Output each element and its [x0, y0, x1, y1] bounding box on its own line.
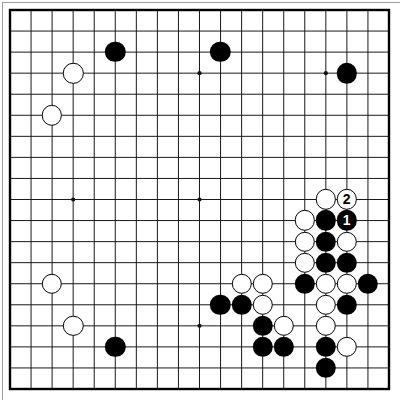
point-J4[interactable]: [168, 315, 189, 336]
point-D3[interactable]: [63, 336, 84, 357]
point-P6[interactable]: [294, 273, 315, 294]
point-L6[interactable]: [210, 273, 231, 294]
point-B7[interactable]: [21, 252, 42, 273]
point-Q7[interactable]: [315, 252, 336, 273]
point-O19[interactable]: [273, 0, 294, 21]
point-Q5[interactable]: [315, 294, 336, 315]
point-S12[interactable]: [357, 147, 378, 168]
point-J9[interactable]: [168, 210, 189, 231]
point-C11[interactable]: [42, 168, 63, 189]
point-R8[interactable]: [336, 231, 357, 252]
point-T14[interactable]: [378, 105, 399, 126]
point-A1[interactable]: [0, 378, 21, 399]
point-K11[interactable]: [189, 168, 210, 189]
point-A18[interactable]: [0, 21, 21, 42]
point-G7[interactable]: [126, 252, 147, 273]
point-R17[interactable]: [336, 42, 357, 63]
point-S13[interactable]: [357, 126, 378, 147]
point-N3[interactable]: [252, 336, 273, 357]
point-T12[interactable]: [378, 147, 399, 168]
point-L17[interactable]: [210, 42, 231, 63]
point-F11[interactable]: [105, 168, 126, 189]
point-G18[interactable]: [126, 21, 147, 42]
point-N7[interactable]: [252, 252, 273, 273]
point-B4[interactable]: [21, 315, 42, 336]
point-A14[interactable]: [0, 105, 21, 126]
point-A2[interactable]: [0, 357, 21, 378]
point-K1[interactable]: [189, 378, 210, 399]
point-N19[interactable]: [252, 0, 273, 21]
point-E5[interactable]: [84, 294, 105, 315]
point-S4[interactable]: [357, 315, 378, 336]
point-N12[interactable]: [252, 147, 273, 168]
point-T18[interactable]: [378, 21, 399, 42]
point-A12[interactable]: [0, 147, 21, 168]
point-A8[interactable]: [0, 231, 21, 252]
point-C1[interactable]: [42, 378, 63, 399]
point-E19[interactable]: [84, 0, 105, 21]
point-J10[interactable]: [168, 189, 189, 210]
point-C14[interactable]: [42, 105, 63, 126]
point-D16[interactable]: [63, 63, 84, 84]
point-A16[interactable]: [0, 63, 21, 84]
point-G14[interactable]: [126, 105, 147, 126]
point-M9[interactable]: [231, 210, 252, 231]
point-E17[interactable]: [84, 42, 105, 63]
point-L13[interactable]: [210, 126, 231, 147]
point-O6[interactable]: [273, 273, 294, 294]
point-B13[interactable]: [21, 126, 42, 147]
point-C7[interactable]: [42, 252, 63, 273]
point-K4[interactable]: [189, 315, 210, 336]
point-E9[interactable]: [84, 210, 105, 231]
point-F2[interactable]: [105, 357, 126, 378]
point-A19[interactable]: [0, 0, 21, 21]
point-M8[interactable]: [231, 231, 252, 252]
point-Q12[interactable]: [315, 147, 336, 168]
point-A5[interactable]: [0, 294, 21, 315]
point-K8[interactable]: [189, 231, 210, 252]
point-R3[interactable]: [336, 336, 357, 357]
point-B5[interactable]: [21, 294, 42, 315]
point-O11[interactable]: [273, 168, 294, 189]
point-L12[interactable]: [210, 147, 231, 168]
point-J12[interactable]: [168, 147, 189, 168]
point-C10[interactable]: [42, 189, 63, 210]
point-M14[interactable]: [231, 105, 252, 126]
point-A11[interactable]: [0, 168, 21, 189]
point-K12[interactable]: [189, 147, 210, 168]
point-B18[interactable]: [21, 21, 42, 42]
point-C18[interactable]: [42, 21, 63, 42]
point-J7[interactable]: [168, 252, 189, 273]
point-N2[interactable]: [252, 357, 273, 378]
point-G11[interactable]: [126, 168, 147, 189]
point-H11[interactable]: [147, 168, 168, 189]
point-H14[interactable]: [147, 105, 168, 126]
point-P15[interactable]: [294, 84, 315, 105]
point-F10[interactable]: [105, 189, 126, 210]
point-S11[interactable]: [357, 168, 378, 189]
point-S10[interactable]: [357, 189, 378, 210]
point-P18[interactable]: [294, 21, 315, 42]
point-R7[interactable]: [336, 252, 357, 273]
point-L7[interactable]: [210, 252, 231, 273]
point-T15[interactable]: [378, 84, 399, 105]
point-J15[interactable]: [168, 84, 189, 105]
point-O17[interactable]: [273, 42, 294, 63]
point-L9[interactable]: [210, 210, 231, 231]
point-N14[interactable]: [252, 105, 273, 126]
point-A13[interactable]: [0, 126, 21, 147]
point-T19[interactable]: [378, 0, 399, 21]
point-E13[interactable]: [84, 126, 105, 147]
point-F5[interactable]: [105, 294, 126, 315]
point-R5[interactable]: [336, 294, 357, 315]
point-J14[interactable]: [168, 105, 189, 126]
point-D5[interactable]: [63, 294, 84, 315]
point-E2[interactable]: [84, 357, 105, 378]
point-B12[interactable]: [21, 147, 42, 168]
point-H13[interactable]: [147, 126, 168, 147]
point-G19[interactable]: [126, 0, 147, 21]
point-P9[interactable]: [294, 210, 315, 231]
point-O15[interactable]: [273, 84, 294, 105]
point-F3[interactable]: [105, 336, 126, 357]
point-H18[interactable]: [147, 21, 168, 42]
point-Q19[interactable]: [315, 0, 336, 21]
point-B1[interactable]: [21, 378, 42, 399]
point-N13[interactable]: [252, 126, 273, 147]
point-K2[interactable]: [189, 357, 210, 378]
point-O5[interactable]: [273, 294, 294, 315]
point-Q1[interactable]: [315, 378, 336, 399]
point-G13[interactable]: [126, 126, 147, 147]
point-S18[interactable]: [357, 21, 378, 42]
point-P10[interactable]: [294, 189, 315, 210]
point-M2[interactable]: [231, 357, 252, 378]
point-O2[interactable]: [273, 357, 294, 378]
point-A3[interactable]: [0, 336, 21, 357]
point-C8[interactable]: [42, 231, 63, 252]
point-R18[interactable]: [336, 21, 357, 42]
point-N10[interactable]: [252, 189, 273, 210]
point-F9[interactable]: [105, 210, 126, 231]
point-Q8[interactable]: [315, 231, 336, 252]
point-C9[interactable]: [42, 210, 63, 231]
point-Q2[interactable]: [315, 357, 336, 378]
point-H17[interactable]: [147, 42, 168, 63]
point-D7[interactable]: [63, 252, 84, 273]
point-R11[interactable]: [336, 168, 357, 189]
point-T6[interactable]: [378, 273, 399, 294]
point-P3[interactable]: [294, 336, 315, 357]
point-K14[interactable]: [189, 105, 210, 126]
point-P4[interactable]: [294, 315, 315, 336]
point-H7[interactable]: [147, 252, 168, 273]
point-D9[interactable]: [63, 210, 84, 231]
point-J19[interactable]: [168, 0, 189, 21]
point-S9[interactable]: [357, 210, 378, 231]
point-D6[interactable]: [63, 273, 84, 294]
point-H2[interactable]: [147, 357, 168, 378]
point-G1[interactable]: [126, 378, 147, 399]
point-C2[interactable]: [42, 357, 63, 378]
point-C3[interactable]: [42, 336, 63, 357]
point-H15[interactable]: [147, 84, 168, 105]
point-D18[interactable]: [63, 21, 84, 42]
point-D2[interactable]: [63, 357, 84, 378]
point-S1[interactable]: [357, 378, 378, 399]
point-T13[interactable]: [378, 126, 399, 147]
point-B19[interactable]: [21, 0, 42, 21]
point-R16[interactable]: [336, 63, 357, 84]
point-H8[interactable]: [147, 231, 168, 252]
point-H6[interactable]: [147, 273, 168, 294]
point-J8[interactable]: [168, 231, 189, 252]
point-D11[interactable]: [63, 168, 84, 189]
point-Q16[interactable]: [315, 63, 336, 84]
point-P14[interactable]: [294, 105, 315, 126]
point-S15[interactable]: [357, 84, 378, 105]
point-N4[interactable]: [252, 315, 273, 336]
point-E1[interactable]: [84, 378, 105, 399]
point-N15[interactable]: [252, 84, 273, 105]
point-M10[interactable]: [231, 189, 252, 210]
point-L11[interactable]: [210, 168, 231, 189]
point-K16[interactable]: [189, 63, 210, 84]
point-N11[interactable]: [252, 168, 273, 189]
point-H16[interactable]: [147, 63, 168, 84]
point-B9[interactable]: [21, 210, 42, 231]
point-B6[interactable]: [21, 273, 42, 294]
point-O9[interactable]: [273, 210, 294, 231]
point-Q3[interactable]: [315, 336, 336, 357]
point-A9[interactable]: [0, 210, 21, 231]
point-J11[interactable]: [168, 168, 189, 189]
point-T8[interactable]: [378, 231, 399, 252]
point-O7[interactable]: [273, 252, 294, 273]
point-H10[interactable]: [147, 189, 168, 210]
point-F4[interactable]: [105, 315, 126, 336]
point-E14[interactable]: [84, 105, 105, 126]
point-E16[interactable]: [84, 63, 105, 84]
point-L2[interactable]: [210, 357, 231, 378]
point-S7[interactable]: [357, 252, 378, 273]
point-K19[interactable]: [189, 0, 210, 21]
point-G15[interactable]: [126, 84, 147, 105]
point-C6[interactable]: [42, 273, 63, 294]
point-H5[interactable]: [147, 294, 168, 315]
point-D14[interactable]: [63, 105, 84, 126]
point-R14[interactable]: [336, 105, 357, 126]
point-L3[interactable]: [210, 336, 231, 357]
point-F8[interactable]: [105, 231, 126, 252]
point-L5[interactable]: [210, 294, 231, 315]
point-G6[interactable]: [126, 273, 147, 294]
point-P19[interactable]: [294, 0, 315, 21]
point-O8[interactable]: [273, 231, 294, 252]
point-R2[interactable]: [336, 357, 357, 378]
point-E15[interactable]: [84, 84, 105, 105]
point-D1[interactable]: [63, 378, 84, 399]
point-L14[interactable]: [210, 105, 231, 126]
point-Q14[interactable]: [315, 105, 336, 126]
point-T11[interactable]: [378, 168, 399, 189]
point-C5[interactable]: [42, 294, 63, 315]
point-F15[interactable]: [105, 84, 126, 105]
point-O1[interactable]: [273, 378, 294, 399]
point-O14[interactable]: [273, 105, 294, 126]
point-R10[interactable]: 2: [336, 189, 357, 210]
point-N8[interactable]: [252, 231, 273, 252]
point-K10[interactable]: [189, 189, 210, 210]
point-F16[interactable]: [105, 63, 126, 84]
point-L18[interactable]: [210, 21, 231, 42]
point-C15[interactable]: [42, 84, 63, 105]
point-F14[interactable]: [105, 105, 126, 126]
point-S2[interactable]: [357, 357, 378, 378]
point-H4[interactable]: [147, 315, 168, 336]
point-S3[interactable]: [357, 336, 378, 357]
point-B11[interactable]: [21, 168, 42, 189]
point-L15[interactable]: [210, 84, 231, 105]
point-M13[interactable]: [231, 126, 252, 147]
point-P17[interactable]: [294, 42, 315, 63]
point-D17[interactable]: [63, 42, 84, 63]
point-B2[interactable]: [21, 357, 42, 378]
point-D13[interactable]: [63, 126, 84, 147]
point-F13[interactable]: [105, 126, 126, 147]
point-A4[interactable]: [0, 315, 21, 336]
point-K17[interactable]: [189, 42, 210, 63]
point-Q6[interactable]: [315, 273, 336, 294]
point-K18[interactable]: [189, 21, 210, 42]
point-J16[interactable]: [168, 63, 189, 84]
point-L4[interactable]: [210, 315, 231, 336]
point-A7[interactable]: [0, 252, 21, 273]
point-T1[interactable]: [378, 378, 399, 399]
point-O3[interactable]: [273, 336, 294, 357]
point-B16[interactable]: [21, 63, 42, 84]
point-K3[interactable]: [189, 336, 210, 357]
point-T5[interactable]: [378, 294, 399, 315]
point-Q18[interactable]: [315, 21, 336, 42]
point-G10[interactable]: [126, 189, 147, 210]
point-F1[interactable]: [105, 378, 126, 399]
point-O12[interactable]: [273, 147, 294, 168]
point-N9[interactable]: [252, 210, 273, 231]
point-P13[interactable]: [294, 126, 315, 147]
point-J2[interactable]: [168, 357, 189, 378]
point-G2[interactable]: [126, 357, 147, 378]
point-K9[interactable]: [189, 210, 210, 231]
point-T2[interactable]: [378, 357, 399, 378]
point-T4[interactable]: [378, 315, 399, 336]
point-R9[interactable]: 1: [336, 210, 357, 231]
point-D4[interactable]: [63, 315, 84, 336]
point-M4[interactable]: [231, 315, 252, 336]
point-E7[interactable]: [84, 252, 105, 273]
point-R4[interactable]: [336, 315, 357, 336]
point-Q17[interactable]: [315, 42, 336, 63]
point-R6[interactable]: [336, 273, 357, 294]
point-O4[interactable]: [273, 315, 294, 336]
point-N1[interactable]: [252, 378, 273, 399]
point-T9[interactable]: [378, 210, 399, 231]
point-B8[interactable]: [21, 231, 42, 252]
point-P11[interactable]: [294, 168, 315, 189]
point-F17[interactable]: [105, 42, 126, 63]
point-A17[interactable]: [0, 42, 21, 63]
point-N17[interactable]: [252, 42, 273, 63]
point-Q13[interactable]: [315, 126, 336, 147]
point-E3[interactable]: [84, 336, 105, 357]
point-T17[interactable]: [378, 42, 399, 63]
point-S19[interactable]: [357, 0, 378, 21]
point-G5[interactable]: [126, 294, 147, 315]
point-K7[interactable]: [189, 252, 210, 273]
point-B17[interactable]: [21, 42, 42, 63]
point-S5[interactable]: [357, 294, 378, 315]
point-F18[interactable]: [105, 21, 126, 42]
point-K6[interactable]: [189, 273, 210, 294]
point-P12[interactable]: [294, 147, 315, 168]
point-J6[interactable]: [168, 273, 189, 294]
point-Q10[interactable]: [315, 189, 336, 210]
point-A15[interactable]: [0, 84, 21, 105]
point-K5[interactable]: [189, 294, 210, 315]
point-O10[interactable]: [273, 189, 294, 210]
point-J18[interactable]: [168, 21, 189, 42]
point-M7[interactable]: [231, 252, 252, 273]
point-Q15[interactable]: [315, 84, 336, 105]
point-H3[interactable]: [147, 336, 168, 357]
point-M12[interactable]: [231, 147, 252, 168]
point-T16[interactable]: [378, 63, 399, 84]
point-H12[interactable]: [147, 147, 168, 168]
point-O13[interactable]: [273, 126, 294, 147]
point-A10[interactable]: [0, 189, 21, 210]
point-E4[interactable]: [84, 315, 105, 336]
point-B14[interactable]: [21, 105, 42, 126]
point-C4[interactable]: [42, 315, 63, 336]
point-J17[interactable]: [168, 42, 189, 63]
point-D10[interactable]: [63, 189, 84, 210]
point-T7[interactable]: [378, 252, 399, 273]
point-D19[interactable]: [63, 0, 84, 21]
point-M5[interactable]: [231, 294, 252, 315]
point-P8[interactable]: [294, 231, 315, 252]
point-L1[interactable]: [210, 378, 231, 399]
point-Q11[interactable]: [315, 168, 336, 189]
point-P16[interactable]: [294, 63, 315, 84]
point-M1[interactable]: [231, 378, 252, 399]
point-M19[interactable]: [231, 0, 252, 21]
point-M15[interactable]: [231, 84, 252, 105]
point-J5[interactable]: [168, 294, 189, 315]
point-M11[interactable]: [231, 168, 252, 189]
point-N18[interactable]: [252, 21, 273, 42]
point-M18[interactable]: [231, 21, 252, 42]
point-D12[interactable]: [63, 147, 84, 168]
point-E10[interactable]: [84, 189, 105, 210]
point-M3[interactable]: [231, 336, 252, 357]
point-G8[interactable]: [126, 231, 147, 252]
point-H9[interactable]: [147, 210, 168, 231]
point-R1[interactable]: [336, 378, 357, 399]
point-S16[interactable]: [357, 63, 378, 84]
